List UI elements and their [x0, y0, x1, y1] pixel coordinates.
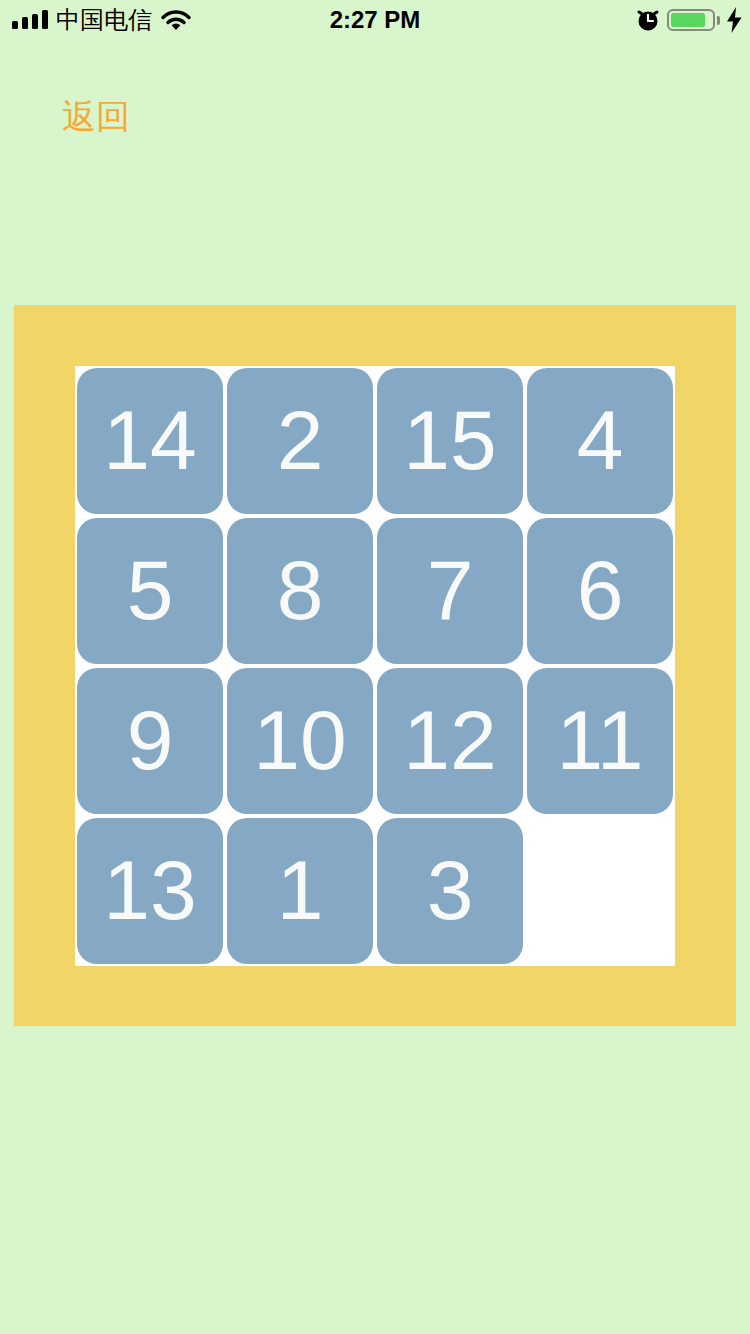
tile-9[interactable]: 9 [77, 668, 223, 814]
status-bar-right [636, 0, 742, 40]
cell: 4 [525, 366, 675, 516]
battery-icon [667, 9, 720, 31]
tile-7[interactable]: 7 [377, 518, 523, 664]
cell: 15 [375, 366, 525, 516]
cell: 6 [525, 516, 675, 666]
cell: 14 [75, 366, 225, 516]
cell: 1 [225, 816, 375, 966]
cell: 2 [225, 366, 375, 516]
puzzle-board-frame: 142154587691012111313 [14, 305, 736, 1026]
cell: 5 [75, 516, 225, 666]
tile-15[interactable]: 15 [377, 368, 523, 514]
alarm-clock-icon [636, 8, 660, 32]
tile-2[interactable]: 2 [227, 368, 373, 514]
cell: 12 [375, 666, 525, 816]
tile-12[interactable]: 12 [377, 668, 523, 814]
cell: 9 [75, 666, 225, 816]
tile-14[interactable]: 14 [77, 368, 223, 514]
battery-fill [671, 13, 705, 27]
cell: 13 [75, 816, 225, 966]
puzzle-board: 142154587691012111313 [75, 366, 675, 966]
tile-6[interactable]: 6 [527, 518, 673, 664]
tile-10[interactable]: 10 [227, 668, 373, 814]
empty-cell [525, 816, 675, 966]
tile-3[interactable]: 3 [377, 818, 523, 964]
tile-13[interactable]: 13 [77, 818, 223, 964]
cell: 8 [225, 516, 375, 666]
cell: 7 [375, 516, 525, 666]
tile-1[interactable]: 1 [227, 818, 373, 964]
tile-8[interactable]: 8 [227, 518, 373, 664]
status-bar: 中国电信 2:27 PM [0, 0, 750, 40]
back-button[interactable]: 返回 [62, 96, 130, 136]
cell: 11 [525, 666, 675, 816]
cell: 3 [375, 816, 525, 966]
tile-5[interactable]: 5 [77, 518, 223, 664]
charging-bolt-icon [727, 7, 742, 33]
cell: 10 [225, 666, 375, 816]
tile-4[interactable]: 4 [527, 368, 673, 514]
tile-11[interactable]: 11 [527, 668, 673, 814]
